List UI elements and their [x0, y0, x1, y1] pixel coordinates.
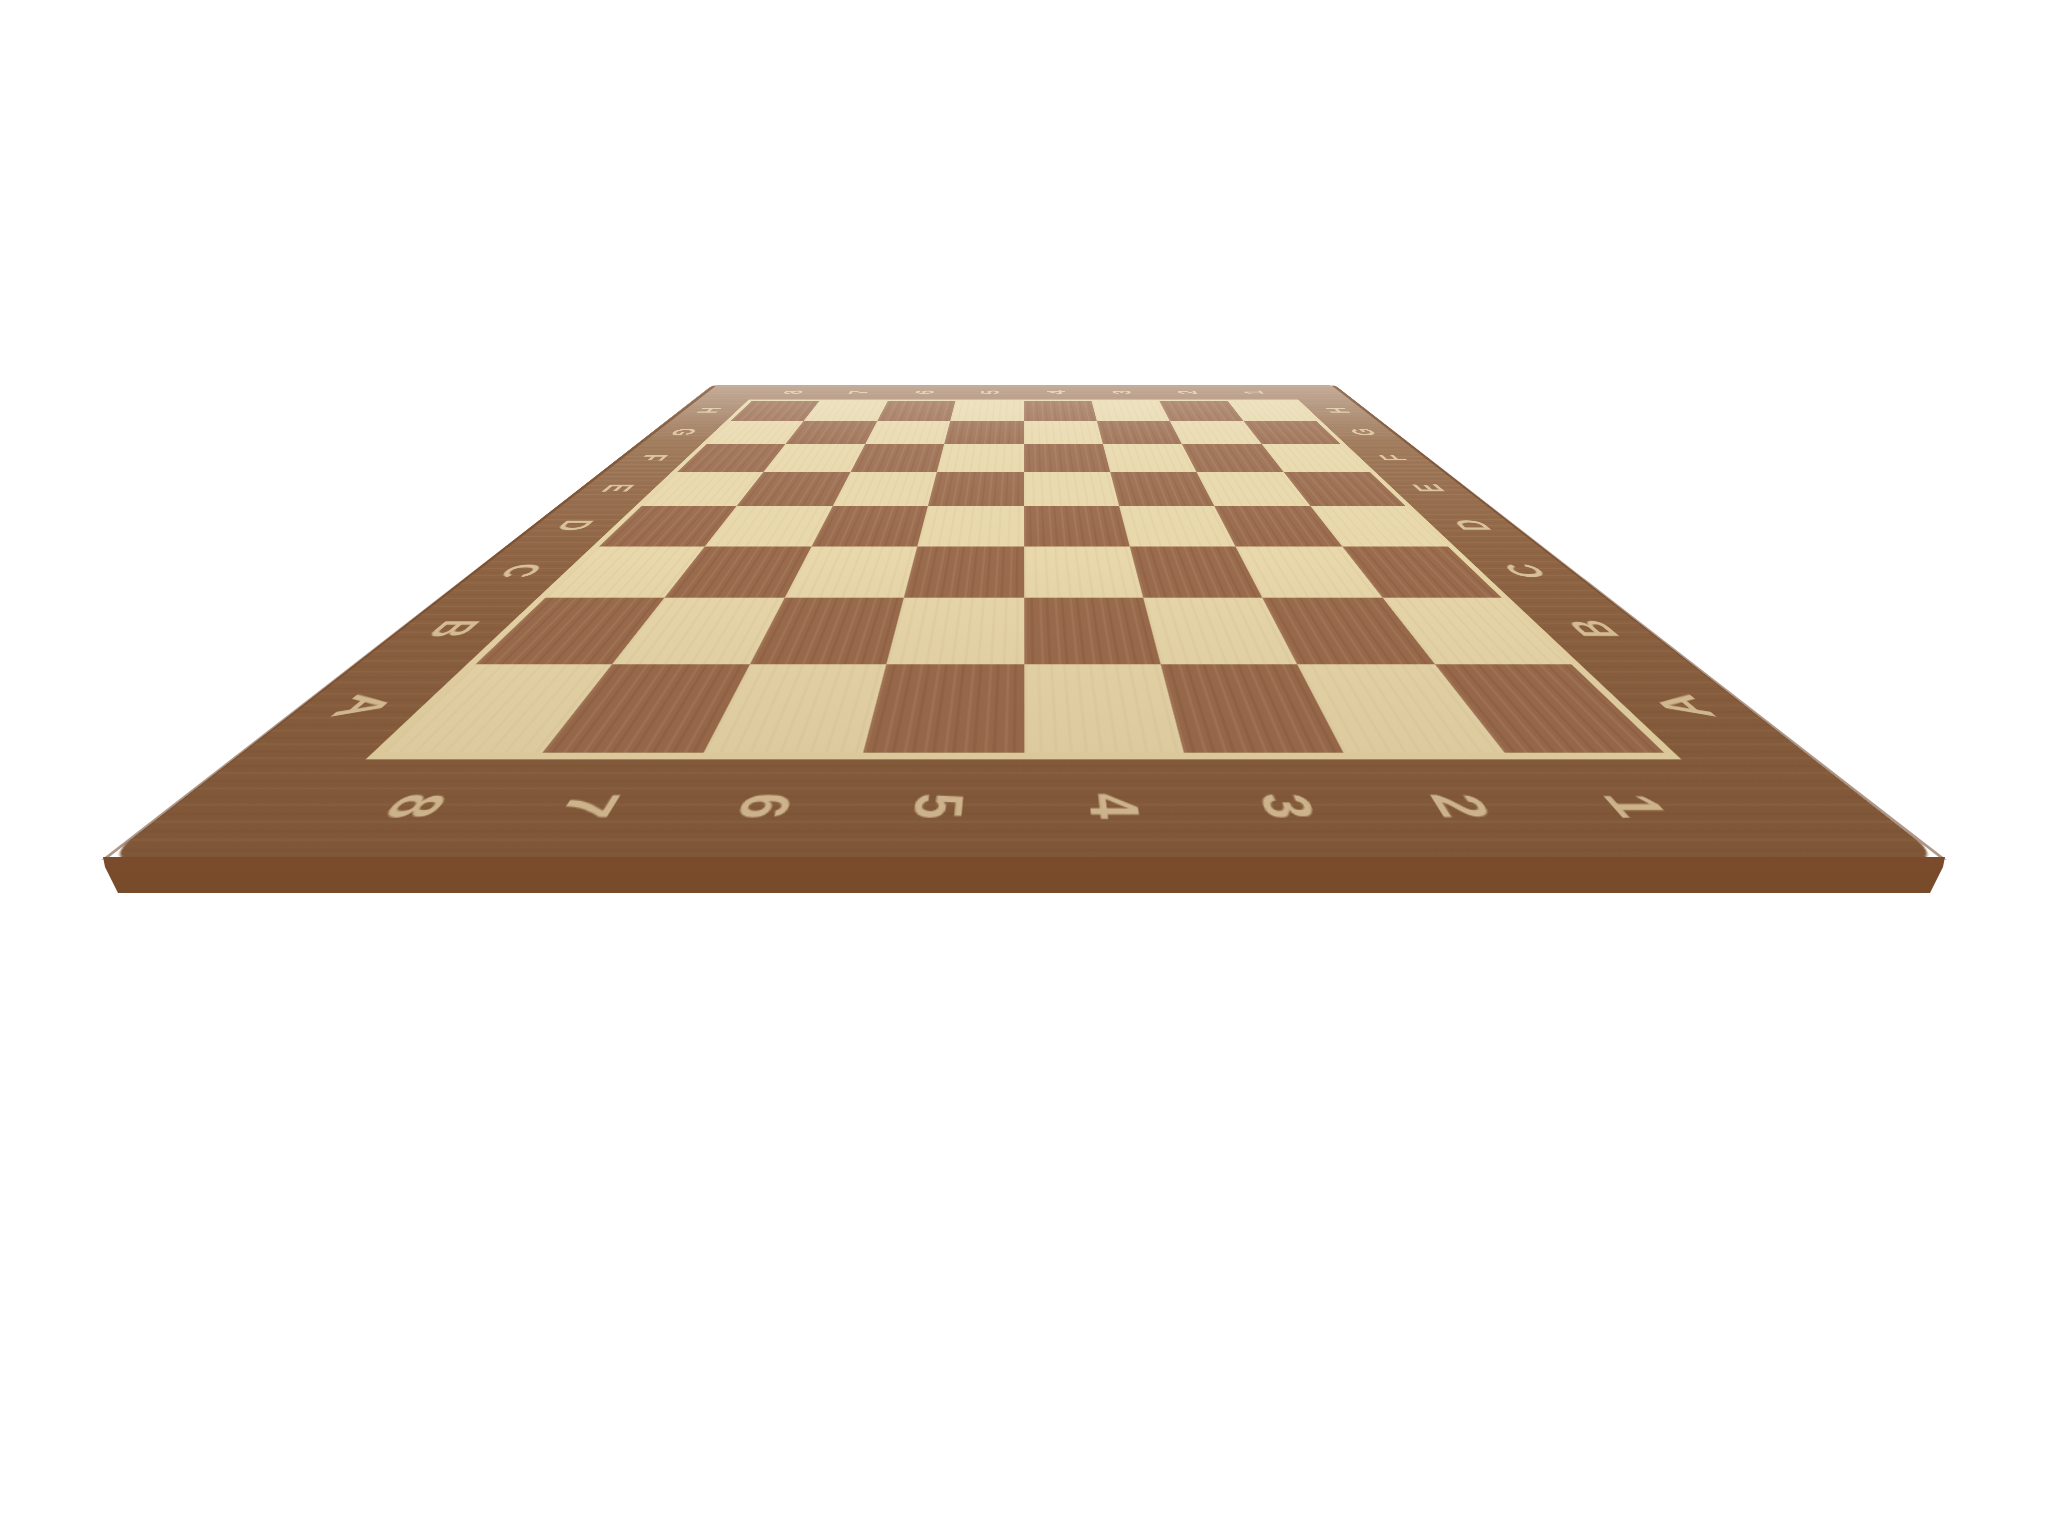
square-h3: [1091, 401, 1169, 421]
square-g3: [1097, 421, 1182, 444]
square-a4: [1024, 664, 1184, 753]
near-rank-label-4: 4: [1038, 750, 1198, 874]
square-f4: [1024, 444, 1111, 472]
square-e4: [1024, 472, 1119, 505]
near-rank-label-5: 3: [1197, 750, 1389, 874]
square-g5: [944, 421, 1023, 444]
squares-grid: [383, 401, 1664, 753]
near-rank-labels: 87654321: [270, 759, 1777, 860]
square-b4: [1024, 598, 1161, 664]
near-rank-label-2: 6: [657, 750, 849, 874]
square-h5: [950, 401, 1023, 421]
near-rank-label-0: 8: [274, 750, 531, 874]
square-b5: [887, 598, 1024, 664]
near-rank-label-6: 2: [1357, 750, 1582, 874]
square-d6: [811, 506, 928, 547]
near-rank-label-1: 7: [465, 750, 690, 874]
playing-field: [366, 400, 1682, 760]
near-rank-label-3: 5: [849, 750, 1009, 874]
square-c5: [904, 546, 1024, 597]
square-a5: [863, 664, 1023, 753]
near-rank-label-7: 1: [1516, 750, 1773, 874]
square-h1: [1227, 401, 1316, 421]
square-f3: [1103, 444, 1197, 472]
square-h4: [1024, 401, 1097, 421]
square-h7: [804, 401, 888, 421]
far-rank-labels: 87654321: [753, 385, 1294, 399]
square-d5: [917, 506, 1023, 547]
square-g4: [1024, 421, 1103, 444]
square-c4: [1024, 546, 1144, 597]
chessboard: 87654321 87654321 HGFEDCBA HGFEDCBA: [104, 385, 1943, 860]
square-h6: [877, 401, 955, 421]
square-e5: [928, 472, 1023, 505]
square-f5: [937, 444, 1024, 472]
square-f6: [850, 444, 944, 472]
product-photo-scene: 87654321 87654321 HGFEDCBA HGFEDCBA: [0, 0, 2048, 1535]
square-d4: [1024, 506, 1130, 547]
square-e6: [833, 472, 937, 505]
square-g6: [865, 421, 950, 444]
